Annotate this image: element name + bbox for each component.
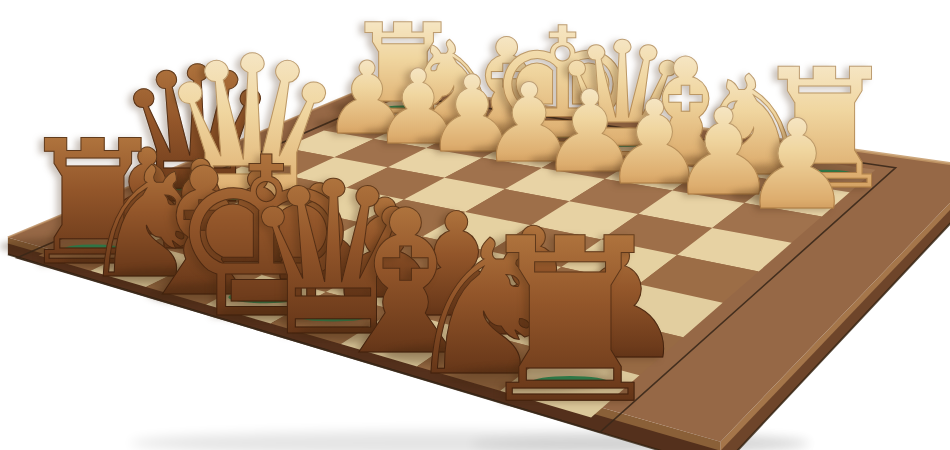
chess-pieces-layer: ♜♞♝♟♚♟♟♛♟♝♟♞♟♜♟♛♛♟♟♟♜♟♞♟♝♟♚♟♛♟♝♟♞♜ (0, 0, 950, 450)
piece-black-rook-a8: ♜ (468, 208, 672, 435)
chess-set-photo: ♜♞♝♟♚♟♟♛♟♝♟♞♟♜♟♛♛♟♟♟♜♟♞♟♝♟♚♟♛♟♝♟♞♜ (0, 0, 950, 450)
piece-white-pawn-a2: ♟ (742, 102, 853, 226)
